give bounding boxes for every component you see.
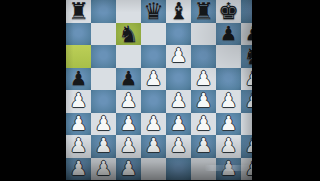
square-a5[interactable]: ♟ <box>66 68 91 91</box>
square-d6[interactable] <box>141 45 166 68</box>
white-pawn[interactable]: ♟ <box>220 135 237 158</box>
white-pawn[interactable]: ♟ <box>70 157 87 180</box>
white-pawn[interactable]: ♟ <box>195 112 212 135</box>
white-pawn[interactable]: ♟ <box>220 90 237 113</box>
square-g4[interactable]: ♟ <box>216 90 241 113</box>
letterbox-left <box>0 0 66 180</box>
square-h4[interactable]: ♟ <box>241 90 252 113</box>
video-frame: ♜♛♝♜♚♞♟♟♟♞♟♟♟♟♟♟♟♟♟♟♟♟♟♟♟♟♟♟♟♟♟♟♟♟♟♟♟♟♟♟… <box>0 0 320 180</box>
white-pawn[interactable]: ♟ <box>70 90 87 113</box>
white-pawn[interactable]: ♟ <box>70 112 87 135</box>
square-a2[interactable]: ♟ <box>66 135 91 158</box>
square-h5[interactable]: ♟ <box>241 68 252 91</box>
square-e8[interactable]: ♝ <box>166 0 191 23</box>
white-pawn[interactable]: ♟ <box>120 157 137 180</box>
square-f7[interactable] <box>191 23 216 46</box>
square-c1[interactable]: ♟ <box>116 158 141 181</box>
square-g3[interactable]: ♟ <box>216 113 241 136</box>
square-d4[interactable] <box>141 90 166 113</box>
square-h3[interactable] <box>241 113 252 136</box>
square-c2[interactable]: ♟ <box>116 135 141 158</box>
square-c5[interactable]: ♟ <box>116 68 141 91</box>
square-b7[interactable] <box>91 23 116 46</box>
white-pawn[interactable]: ♟ <box>195 90 212 113</box>
black-rook[interactable]: ♜ <box>193 0 214 22</box>
white-pawn[interactable]: ♟ <box>145 135 162 158</box>
white-pawn[interactable]: ♟ <box>120 112 137 135</box>
square-a4[interactable]: ♟ <box>66 90 91 113</box>
square-e7[interactable] <box>166 23 191 46</box>
square-g6[interactable] <box>216 45 241 68</box>
square-e3[interactable]: ♟ <box>166 113 191 136</box>
black-queen[interactable]: ♛ <box>143 0 164 22</box>
square-f8[interactable]: ♜ <box>191 0 216 23</box>
square-a6[interactable] <box>66 45 91 68</box>
white-pawn[interactable]: ♟ <box>220 112 237 135</box>
square-d2[interactable]: ♟ <box>141 135 166 158</box>
white-pawn[interactable]: ♟ <box>170 90 187 113</box>
white-pawn[interactable]: ♟ <box>95 112 112 135</box>
square-e4[interactable]: ♟ <box>166 90 191 113</box>
white-pawn[interactable]: ♟ <box>170 112 187 135</box>
square-f3[interactable]: ♟ <box>191 113 216 136</box>
square-a8[interactable]: ♜ <box>66 0 91 23</box>
white-pawn[interactable]: ♟ <box>245 157 252 180</box>
black-king[interactable]: ♚ <box>218 0 239 22</box>
square-f5[interactable]: ♟ <box>191 68 216 91</box>
square-b3[interactable]: ♟ <box>91 113 116 136</box>
white-pawn[interactable]: ♟ <box>145 67 162 90</box>
square-h8[interactable] <box>241 0 252 23</box>
square-b5[interactable] <box>91 68 116 91</box>
white-pawn[interactable]: ♟ <box>195 67 212 90</box>
board-viewport: ♜♛♝♜♚♞♟♟♟♞♟♟♟♟♟♟♟♟♟♟♟♟♟♟♟♟♟♟♟♟♟♟♟♟♟♟♟♟♟♟… <box>66 0 252 180</box>
square-b8[interactable] <box>91 0 116 23</box>
white-pawn[interactable]: ♟ <box>220 157 237 180</box>
white-pawn[interactable]: ♟ <box>170 45 187 68</box>
square-b2[interactable]: ♟ <box>91 135 116 158</box>
square-d8[interactable]: ♛ <box>141 0 166 23</box>
white-pawn[interactable]: ♟ <box>95 135 112 158</box>
black-pawn[interactable]: ♟ <box>245 22 252 45</box>
square-c4[interactable]: ♟ <box>116 90 141 113</box>
square-d1[interactable] <box>141 158 166 181</box>
square-c3[interactable]: ♟ <box>116 113 141 136</box>
black-bishop[interactable]: ♝ <box>168 0 189 22</box>
square-g2[interactable]: ♟ <box>216 135 241 158</box>
white-pawn[interactable]: ♟ <box>245 135 252 158</box>
square-h2[interactable]: ♟ <box>241 135 252 158</box>
white-pawn[interactable]: ♟ <box>195 135 212 158</box>
white-pawn[interactable]: ♟ <box>245 90 252 113</box>
square-f4[interactable]: ♟ <box>191 90 216 113</box>
square-h1[interactable]: ♟ <box>241 158 252 181</box>
square-b4[interactable] <box>91 90 116 113</box>
square-a7[interactable] <box>66 23 91 46</box>
square-a1[interactable]: ♟ <box>66 158 91 181</box>
square-c7[interactable]: ♞ <box>116 23 141 46</box>
letterbox-right <box>252 0 320 180</box>
square-g7[interactable]: ♟ <box>216 23 241 46</box>
square-h6[interactable]: ♞ <box>241 45 252 68</box>
square-f6[interactable] <box>191 45 216 68</box>
square-e6[interactable]: ♟ <box>166 45 191 68</box>
square-g1[interactable]: ♟ <box>216 158 241 181</box>
square-f2[interactable]: ♟ <box>191 135 216 158</box>
chess-board[interactable]: ♜♛♝♜♚♞♟♟♟♞♟♟♟♟♟♟♟♟♟♟♟♟♟♟♟♟♟♟♟♟♟♟♟♟♟♟♟♟♟♟… <box>66 0 252 180</box>
white-pawn[interactable]: ♟ <box>95 157 112 180</box>
square-e2[interactable]: ♟ <box>166 135 191 158</box>
white-pawn[interactable]: ♟ <box>120 90 137 113</box>
white-pawn[interactable]: ♟ <box>245 67 252 90</box>
square-e1[interactable] <box>166 158 191 181</box>
white-pawn[interactable]: ♟ <box>120 135 137 158</box>
square-d3[interactable]: ♟ <box>141 113 166 136</box>
white-pawn[interactable]: ♟ <box>145 112 162 135</box>
square-d7[interactable] <box>141 23 166 46</box>
square-g5[interactable] <box>216 68 241 91</box>
square-c6[interactable] <box>116 45 141 68</box>
black-knight[interactable]: ♞ <box>118 22 139 45</box>
square-b1[interactable]: ♟ <box>91 158 116 181</box>
black-pawn[interactable]: ♟ <box>70 67 87 90</box>
square-e5[interactable] <box>166 68 191 91</box>
white-pawn[interactable]: ♟ <box>70 135 87 158</box>
black-rook[interactable]: ♜ <box>68 0 89 22</box>
black-knight[interactable]: ♞ <box>243 45 252 68</box>
square-a3[interactable]: ♟ <box>66 113 91 136</box>
square-g8[interactable]: ♚ <box>216 0 241 23</box>
square-b6[interactable] <box>91 45 116 68</box>
square-d5[interactable]: ♟ <box>141 68 166 91</box>
white-pawn[interactable]: ♟ <box>170 135 187 158</box>
square-f1[interactable] <box>191 158 216 181</box>
black-pawn[interactable]: ♟ <box>120 67 137 90</box>
black-pawn[interactable]: ♟ <box>220 22 237 45</box>
